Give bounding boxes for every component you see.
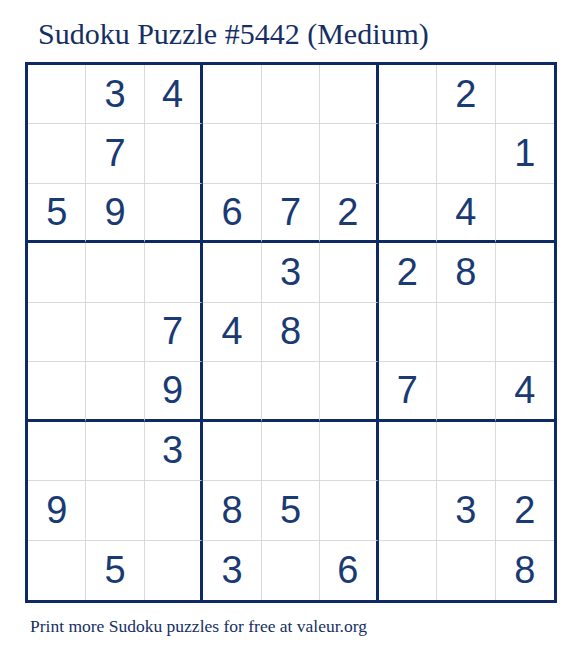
sudoku-page: Sudoku Puzzle #5442 (Medium) 34271596724… bbox=[0, 0, 574, 651]
cell-r5c7 bbox=[379, 303, 437, 362]
cell-r3c2: 9 bbox=[86, 184, 144, 243]
cell-r4c6 bbox=[320, 243, 378, 302]
cell-r4c1 bbox=[28, 243, 86, 302]
cell-r5c6 bbox=[320, 303, 378, 362]
cell-r2c2: 7 bbox=[86, 124, 144, 183]
cell-r3c5: 7 bbox=[262, 184, 320, 243]
footer-note: Print more Sudoku puzzles for free at va… bbox=[30, 616, 367, 637]
cell-r1c3: 4 bbox=[145, 65, 203, 124]
cell-r4c3 bbox=[145, 243, 203, 302]
cell-r3c4: 6 bbox=[203, 184, 261, 243]
cell-r8c4: 8 bbox=[203, 481, 261, 540]
cell-r7c2 bbox=[86, 422, 144, 481]
cell-r7c4 bbox=[203, 422, 261, 481]
cell-r3c9 bbox=[496, 184, 554, 243]
cell-r3c7 bbox=[379, 184, 437, 243]
cell-r3c8: 4 bbox=[437, 184, 495, 243]
cell-r5c9 bbox=[496, 303, 554, 362]
cell-r4c7: 2 bbox=[379, 243, 437, 302]
cell-r8c7 bbox=[379, 481, 437, 540]
cell-r6c6 bbox=[320, 362, 378, 421]
cell-r1c2: 3 bbox=[86, 65, 144, 124]
cell-r4c5: 3 bbox=[262, 243, 320, 302]
cell-r5c3: 7 bbox=[145, 303, 203, 362]
cell-r9c2: 5 bbox=[86, 541, 144, 600]
cell-r2c6 bbox=[320, 124, 378, 183]
cell-r5c4: 4 bbox=[203, 303, 261, 362]
cell-r8c9: 2 bbox=[496, 481, 554, 540]
cell-r8c3 bbox=[145, 481, 203, 540]
cell-r9c1 bbox=[28, 541, 86, 600]
page-title: Sudoku Puzzle #5442 (Medium) bbox=[38, 16, 429, 52]
cell-r4c2 bbox=[86, 243, 144, 302]
cell-r7c1 bbox=[28, 422, 86, 481]
cell-r9c8 bbox=[437, 541, 495, 600]
cell-r9c5 bbox=[262, 541, 320, 600]
cell-r5c8 bbox=[437, 303, 495, 362]
cell-r4c8: 8 bbox=[437, 243, 495, 302]
cell-r7c6 bbox=[320, 422, 378, 481]
cell-r1c1 bbox=[28, 65, 86, 124]
sudoku-board: 342715967243287489743985325368 bbox=[25, 62, 557, 603]
cell-r7c3: 3 bbox=[145, 422, 203, 481]
cell-r6c2 bbox=[86, 362, 144, 421]
cell-r9c6: 6 bbox=[320, 541, 378, 600]
cell-r8c1: 9 bbox=[28, 481, 86, 540]
cell-r9c7 bbox=[379, 541, 437, 600]
cell-r7c5 bbox=[262, 422, 320, 481]
cell-r6c9: 4 bbox=[496, 362, 554, 421]
cell-r2c5 bbox=[262, 124, 320, 183]
cell-r3c6: 2 bbox=[320, 184, 378, 243]
cell-r8c6 bbox=[320, 481, 378, 540]
cell-r2c4 bbox=[203, 124, 261, 183]
cell-r5c2 bbox=[86, 303, 144, 362]
cell-r4c4 bbox=[203, 243, 261, 302]
cell-r9c9: 8 bbox=[496, 541, 554, 600]
cell-r8c5: 5 bbox=[262, 481, 320, 540]
cell-r6c5 bbox=[262, 362, 320, 421]
cell-r1c8: 2 bbox=[437, 65, 495, 124]
cell-r8c8: 3 bbox=[437, 481, 495, 540]
cell-r3c3 bbox=[145, 184, 203, 243]
cell-r9c3 bbox=[145, 541, 203, 600]
cell-r5c1 bbox=[28, 303, 86, 362]
cell-r2c7 bbox=[379, 124, 437, 183]
cell-r7c7 bbox=[379, 422, 437, 481]
cell-r1c5 bbox=[262, 65, 320, 124]
cell-r1c6 bbox=[320, 65, 378, 124]
cell-r9c4: 3 bbox=[203, 541, 261, 600]
cell-r1c9 bbox=[496, 65, 554, 124]
cell-r6c3: 9 bbox=[145, 362, 203, 421]
cell-r2c3 bbox=[145, 124, 203, 183]
cell-r6c1 bbox=[28, 362, 86, 421]
cell-r3c1: 5 bbox=[28, 184, 86, 243]
cell-r6c7: 7 bbox=[379, 362, 437, 421]
cell-r1c7 bbox=[379, 65, 437, 124]
cell-r6c8 bbox=[437, 362, 495, 421]
cell-r2c9: 1 bbox=[496, 124, 554, 183]
cell-r2c1 bbox=[28, 124, 86, 183]
cell-r5c5: 8 bbox=[262, 303, 320, 362]
cell-r7c9 bbox=[496, 422, 554, 481]
cell-r1c4 bbox=[203, 65, 261, 124]
cell-r7c8 bbox=[437, 422, 495, 481]
cell-r4c9 bbox=[496, 243, 554, 302]
cell-r2c8 bbox=[437, 124, 495, 183]
cell-r6c4 bbox=[203, 362, 261, 421]
cell-r8c2 bbox=[86, 481, 144, 540]
